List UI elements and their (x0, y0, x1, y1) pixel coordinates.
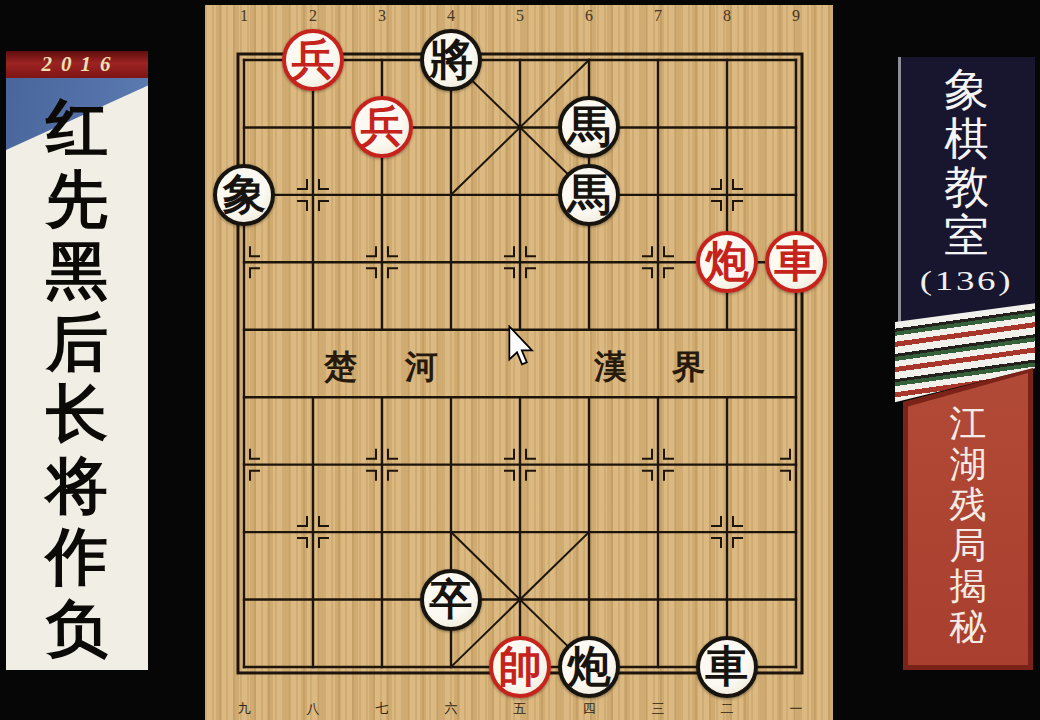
file-label-bottom: 八 (307, 700, 320, 718)
slogan-char: 长 (46, 379, 108, 451)
slogan-strip: 红先黑后长将作负 (6, 78, 148, 670)
piece-black[interactable]: 馬 (558, 96, 620, 158)
piece-black[interactable]: 馬 (558, 164, 620, 226)
slogan-char: 作 (46, 522, 108, 594)
piece-black[interactable]: 象 (213, 164, 275, 226)
series-title-char: 局 (903, 526, 1033, 567)
series-title-char: 湖 (903, 445, 1033, 486)
piece-red[interactable]: 帥 (489, 636, 551, 698)
left-panel: 2016 红先黑后长将作负 (6, 51, 148, 670)
channel-title-text: 象棋教室 (898, 57, 1035, 260)
piece-black[interactable]: 車 (696, 636, 758, 698)
right-panel: 象棋教室 (136) 江湖残局揭秘 (893, 50, 1035, 670)
video-frame: 2016 红先黑后长将作负 123456789 楚河 漢界 兵將兵馬象馬炮車卒帥… (0, 0, 1040, 720)
series-title-block: 江湖残局揭秘 (903, 368, 1033, 670)
piece-black[interactable]: 炮 (558, 636, 620, 698)
series-title-text: 江湖残局揭秘 (903, 404, 1033, 647)
piece-red[interactable]: 兵 (282, 29, 344, 91)
channel-title-block: 象棋教室 (136) (898, 57, 1035, 323)
piece-red[interactable]: 兵 (351, 96, 413, 158)
episode-number: (136) (876, 265, 1040, 297)
file-label-bottom: 六 (445, 700, 458, 718)
file-label-bottom: 五 (514, 700, 527, 718)
slogan-char: 将 (46, 451, 108, 523)
file-label-bottom: 九 (238, 700, 251, 718)
channel-title-char: 室 (898, 212, 1035, 261)
file-label-bottom: 二 (721, 700, 734, 718)
slogan-char: 后 (46, 308, 108, 380)
file-label-bottom: 四 (583, 700, 596, 718)
series-title-char: 揭 (903, 566, 1033, 607)
slogan-char: 先 (46, 165, 108, 237)
piece-black[interactable]: 卒 (420, 569, 482, 631)
piece-black[interactable]: 將 (420, 29, 482, 91)
channel-title-char: 教 (898, 163, 1035, 212)
channel-title-char: 棋 (898, 115, 1035, 164)
slogan-char: 负 (46, 594, 108, 666)
channel-title-char: 象 (898, 66, 1035, 115)
file-label-bottom: 一 (790, 700, 803, 718)
file-label-bottom: 七 (376, 700, 389, 718)
slogan-char: 红 (46, 93, 108, 165)
mouse-cursor (508, 325, 535, 367)
series-title-char: 秘 (903, 607, 1033, 648)
year-banner: 2016 (6, 51, 148, 78)
slogan-text: 红先黑后长将作负 (6, 78, 148, 665)
piece-red[interactable]: 車 (765, 231, 827, 293)
series-title-char: 残 (903, 485, 1033, 526)
file-label-bottom: 三 (652, 700, 665, 718)
piece-red[interactable]: 炮 (696, 231, 758, 293)
slogan-char: 黑 (46, 236, 108, 308)
series-title-char: 江 (903, 404, 1033, 445)
